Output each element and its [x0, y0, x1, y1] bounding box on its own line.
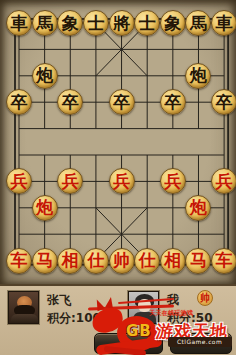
piece-red-advisor[interactable]: 仕 [83, 248, 109, 274]
player-panel: 张飞 积分:100 我 积分:50 帅 [0, 284, 236, 355]
player-name: 我 [167, 292, 179, 309]
avatar-body [133, 312, 156, 324]
piece-black-soldier[interactable]: 卒 [109, 89, 135, 115]
opponent-score: 积分:100 [47, 310, 101, 327]
piece-black-cannon[interactable]: 炮 [32, 63, 58, 89]
piece-black-advisor[interactable]: 士 [134, 10, 160, 36]
piece-red-horse[interactable]: 马 [32, 248, 58, 274]
xiangqi-board[interactable]: 車馬象士將士象馬車炮炮卒卒卒卒卒兵兵兵兵兵炮炮车马相仕帅仕相马车 [0, 0, 236, 284]
piece-black-elephant[interactable]: 象 [160, 10, 186, 36]
game-screen: 車馬象士將士象馬車炮炮卒卒卒卒卒兵兵兵兵兵炮炮车马相仕帅仕相马车 张飞 积分:1… [0, 0, 236, 355]
action-button-right[interactable] [170, 333, 232, 354]
opponent-name: 张飞 [47, 292, 71, 309]
piece-red-horse[interactable]: 马 [185, 248, 211, 274]
player-score: 积分:50 [167, 310, 213, 327]
avatar-face [138, 299, 151, 312]
avatar-zhangfei [8, 291, 39, 324]
piece-red-general[interactable]: 帅 [109, 248, 135, 274]
piece-black-chariot[interactable]: 車 [211, 10, 236, 36]
piece-red-soldier[interactable]: 兵 [109, 168, 135, 194]
player-side-badge: 帅 [197, 290, 213, 306]
piece-black-soldier[interactable]: 卒 [211, 89, 236, 115]
piece-black-horse[interactable]: 馬 [32, 10, 58, 36]
piece-red-soldier[interactable]: 兵 [211, 168, 236, 194]
piece-black-soldier[interactable]: 卒 [6, 89, 32, 115]
piece-black-advisor[interactable]: 士 [83, 10, 109, 36]
piece-red-chariot[interactable]: 车 [211, 248, 236, 274]
piece-red-elephant[interactable]: 相 [160, 248, 186, 274]
piece-black-soldier[interactable]: 卒 [160, 89, 186, 115]
board-grid [0, 0, 236, 284]
piece-red-elephant[interactable]: 相 [57, 248, 83, 274]
piece-red-advisor[interactable]: 仕 [134, 248, 160, 274]
piece-black-chariot[interactable]: 車 [6, 10, 32, 36]
piece-black-general[interactable]: 將 [109, 10, 135, 36]
action-button-left[interactable] [94, 333, 163, 354]
piece-red-cannon[interactable]: 炮 [32, 195, 58, 221]
avatar-me [128, 291, 159, 324]
avatar-body [11, 314, 38, 324]
piece-red-chariot[interactable]: 车 [6, 248, 32, 274]
